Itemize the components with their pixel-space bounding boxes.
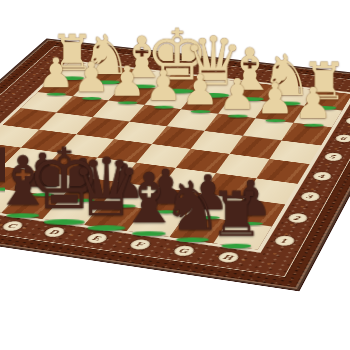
- file-label-c: C: [0, 220, 26, 232]
- file-label-d: D: [42, 226, 68, 238]
- chess-board: ♜♞♝♚♛♝♞♜♟♟♟♟♟♟♟♟♟♟♟♟♟♟♟♟♜♞♝♚♛♝♞♜ ABCDEFG…: [0, 39, 350, 292]
- rank-label-7: 7: [344, 116, 350, 125]
- rank-label-6: 6: [333, 134, 350, 143]
- file-label-e: E: [85, 232, 111, 244]
- file-label-h: H: [216, 251, 241, 264]
- product-photo-canvas: ♜♞♝♚♛♝♞♜♟♟♟♟♟♟♟♟♟♟♟♟♟♟♟♟♜♞♝♚♛♝♞♜ ABCDEFG…: [0, 0, 350, 350]
- rank-label-2: 2: [286, 212, 309, 224]
- file-label-g: G: [172, 244, 197, 257]
- rank-label-4: 4: [311, 171, 333, 181]
- file-label-f: F: [128, 238, 153, 250]
- rank-label-1: 1: [272, 235, 296, 247]
- rank-label-5: 5: [322, 152, 343, 162]
